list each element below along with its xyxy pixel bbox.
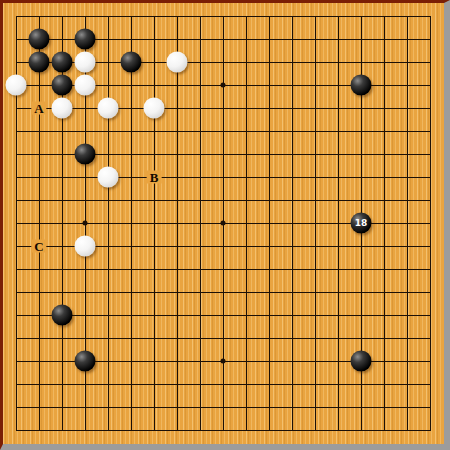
board-cell[interactable] — [189, 373, 212, 396]
board-cell[interactable] — [74, 189, 97, 212]
board-cell[interactable] — [166, 258, 189, 281]
board-cell[interactable] — [281, 120, 304, 143]
board-cell[interactable] — [74, 304, 97, 327]
board-cell[interactable] — [166, 97, 189, 120]
board-cell[interactable] — [258, 350, 281, 373]
board-cell[interactable] — [419, 97, 442, 120]
board-cell[interactable] — [212, 396, 235, 419]
board-cell[interactable] — [74, 166, 97, 189]
board-cell[interactable] — [143, 166, 166, 189]
board-cell[interactable] — [419, 5, 442, 28]
board-cell[interactable] — [350, 258, 373, 281]
board-cell[interactable] — [396, 143, 419, 166]
board-cell[interactable] — [212, 143, 235, 166]
board-cell[interactable] — [281, 143, 304, 166]
board-cell[interactable] — [74, 5, 97, 28]
board-cell[interactable] — [189, 51, 212, 74]
board-cell[interactable] — [419, 350, 442, 373]
board-cell[interactable] — [212, 327, 235, 350]
board-cell[interactable] — [97, 419, 120, 442]
board-cell[interactable] — [28, 350, 51, 373]
board-cell[interactable] — [28, 373, 51, 396]
board-cell[interactable] — [212, 258, 235, 281]
board-cell[interactable] — [97, 166, 120, 189]
board-cell[interactable] — [143, 74, 166, 97]
board-cell[interactable] — [166, 51, 189, 74]
board-cell[interactable] — [350, 5, 373, 28]
board-cell[interactable] — [5, 304, 28, 327]
board-cell[interactable] — [258, 143, 281, 166]
board-cell[interactable] — [350, 350, 373, 373]
board-cell[interactable] — [28, 419, 51, 442]
board-cell[interactable] — [350, 166, 373, 189]
board-cell[interactable] — [189, 350, 212, 373]
board-cell[interactable] — [74, 350, 97, 373]
board-cell[interactable] — [258, 74, 281, 97]
board-cell[interactable] — [350, 28, 373, 51]
board-cell[interactable] — [281, 350, 304, 373]
board-cell[interactable] — [235, 281, 258, 304]
board-cell[interactable] — [304, 281, 327, 304]
board-cell[interactable] — [189, 5, 212, 28]
board-cell[interactable] — [373, 396, 396, 419]
board-cell[interactable] — [166, 350, 189, 373]
board-cell[interactable] — [350, 120, 373, 143]
board-cell[interactable] — [235, 258, 258, 281]
board-cell[interactable] — [373, 235, 396, 258]
board-cell[interactable] — [97, 304, 120, 327]
board-cell[interactable] — [120, 373, 143, 396]
board-cell[interactable] — [281, 74, 304, 97]
board-cell[interactable] — [327, 235, 350, 258]
board-cell[interactable] — [74, 281, 97, 304]
board-cell[interactable] — [143, 5, 166, 28]
board-cell[interactable] — [396, 373, 419, 396]
board-cell[interactable] — [28, 74, 51, 97]
board-cell[interactable] — [281, 189, 304, 212]
board-cell[interactable] — [235, 74, 258, 97]
board-cell[interactable] — [419, 281, 442, 304]
board-cell[interactable] — [5, 373, 28, 396]
board-cell[interactable] — [327, 304, 350, 327]
board-cell[interactable] — [281, 304, 304, 327]
board-cell[interactable] — [5, 327, 28, 350]
board-cell[interactable] — [189, 120, 212, 143]
board-cell[interactable] — [396, 97, 419, 120]
board-cell[interactable] — [166, 304, 189, 327]
board-cell[interactable] — [143, 281, 166, 304]
board-cell[interactable] — [5, 350, 28, 373]
board-cell[interactable] — [327, 373, 350, 396]
board-cell[interactable] — [51, 212, 74, 235]
board-cell[interactable] — [51, 28, 74, 51]
board-cell[interactable] — [143, 189, 166, 212]
board-cell[interactable] — [143, 350, 166, 373]
board-cell[interactable] — [350, 327, 373, 350]
board-cell[interactable] — [51, 166, 74, 189]
board-cell[interactable] — [5, 166, 28, 189]
board-cell[interactable] — [28, 97, 51, 120]
board-cell[interactable] — [143, 396, 166, 419]
board-cell[interactable] — [235, 5, 258, 28]
board-cell[interactable] — [281, 51, 304, 74]
board-cell[interactable] — [166, 373, 189, 396]
board-cell[interactable] — [97, 97, 120, 120]
board-cell[interactable] — [5, 97, 28, 120]
board-cell[interactable] — [74, 212, 97, 235]
board-cell[interactable] — [51, 350, 74, 373]
board-cell[interactable] — [258, 235, 281, 258]
board-cell[interactable] — [143, 304, 166, 327]
board-cell[interactable] — [143, 51, 166, 74]
board-cell[interactable] — [235, 28, 258, 51]
board-cell[interactable] — [28, 120, 51, 143]
board-cell[interactable] — [28, 327, 51, 350]
board-cell[interactable] — [281, 28, 304, 51]
board-cell[interactable] — [166, 28, 189, 51]
board-cell[interactable] — [166, 212, 189, 235]
board-cell[interactable] — [189, 97, 212, 120]
board-cell[interactable] — [235, 373, 258, 396]
board-cell[interactable] — [419, 28, 442, 51]
board-cell[interactable] — [373, 143, 396, 166]
board-cell[interactable] — [373, 189, 396, 212]
board-cell[interactable] — [258, 166, 281, 189]
board-cell[interactable] — [5, 51, 28, 74]
board-cell[interactable] — [396, 5, 419, 28]
board-cell[interactable] — [51, 97, 74, 120]
board-cell[interactable] — [396, 74, 419, 97]
board-cell[interactable] — [51, 143, 74, 166]
board-cell[interactable] — [97, 373, 120, 396]
board-cell[interactable] — [235, 212, 258, 235]
board-cell[interactable] — [166, 166, 189, 189]
board-cell[interactable] — [120, 5, 143, 28]
board-cell[interactable] — [419, 304, 442, 327]
board-cell[interactable] — [304, 97, 327, 120]
board-cell[interactable] — [396, 304, 419, 327]
board-cell[interactable] — [166, 396, 189, 419]
board-cell[interactable] — [28, 258, 51, 281]
board-cell[interactable] — [51, 258, 74, 281]
board-cell[interactable] — [51, 327, 74, 350]
board-cell[interactable] — [74, 235, 97, 258]
board-cell[interactable] — [143, 235, 166, 258]
board-cell[interactable] — [212, 189, 235, 212]
board-cell[interactable] — [258, 5, 281, 28]
board-cell[interactable] — [212, 120, 235, 143]
board-cell[interactable] — [120, 143, 143, 166]
board-cell[interactable] — [143, 28, 166, 51]
board-cell[interactable] — [28, 396, 51, 419]
board-cell[interactable] — [189, 396, 212, 419]
board-cell[interactable] — [327, 396, 350, 419]
board-cell[interactable] — [350, 281, 373, 304]
board-cell[interactable] — [97, 5, 120, 28]
board-cell[interactable] — [281, 166, 304, 189]
board-cell[interactable] — [396, 51, 419, 74]
board-cell[interactable] — [5, 74, 28, 97]
board-cell[interactable] — [51, 373, 74, 396]
board-cell[interactable] — [120, 74, 143, 97]
board-cell[interactable] — [143, 373, 166, 396]
board-cell[interactable] — [396, 350, 419, 373]
board-cell[interactable] — [281, 212, 304, 235]
board-cell[interactable] — [373, 350, 396, 373]
board-cell[interactable] — [258, 258, 281, 281]
board-cell[interactable] — [235, 189, 258, 212]
board-cell[interactable] — [189, 212, 212, 235]
board-cell[interactable] — [189, 28, 212, 51]
board-cell[interactable] — [373, 5, 396, 28]
board-cell[interactable] — [419, 212, 442, 235]
board-cell[interactable] — [373, 51, 396, 74]
board-cell[interactable] — [396, 28, 419, 51]
board-cell[interactable] — [327, 327, 350, 350]
board-cell[interactable] — [166, 120, 189, 143]
board-cell[interactable] — [419, 189, 442, 212]
board-cell[interactable] — [143, 120, 166, 143]
board-cell[interactable] — [97, 143, 120, 166]
board-cell[interactable] — [396, 166, 419, 189]
board-cell[interactable] — [166, 5, 189, 28]
board-cell[interactable] — [373, 258, 396, 281]
board-cell[interactable] — [373, 304, 396, 327]
board-cell[interactable] — [304, 212, 327, 235]
board-cell[interactable] — [235, 51, 258, 74]
board-cell[interactable] — [74, 120, 97, 143]
board-cell[interactable] — [304, 143, 327, 166]
board-cell[interactable] — [327, 419, 350, 442]
board-cell[interactable] — [51, 396, 74, 419]
board-cell[interactable] — [281, 258, 304, 281]
board-cell[interactable] — [396, 189, 419, 212]
board-cell[interactable] — [350, 189, 373, 212]
board-cell[interactable] — [304, 51, 327, 74]
board-cell[interactable] — [373, 373, 396, 396]
board-cell[interactable] — [396, 281, 419, 304]
board-cell[interactable] — [350, 97, 373, 120]
board-cell[interactable] — [304, 189, 327, 212]
board-cell[interactable] — [166, 74, 189, 97]
board-cell[interactable] — [74, 143, 97, 166]
board-cell[interactable] — [304, 258, 327, 281]
board-cell[interactable] — [304, 350, 327, 373]
board-cell[interactable] — [373, 419, 396, 442]
board-cell[interactable] — [350, 396, 373, 419]
board-cell[interactable] — [120, 419, 143, 442]
board-cell[interactable] — [74, 419, 97, 442]
board-cell[interactable] — [97, 350, 120, 373]
board-cell[interactable] — [5, 281, 28, 304]
board-cell[interactable] — [74, 396, 97, 419]
board-cell[interactable] — [327, 143, 350, 166]
board-cell[interactable] — [258, 97, 281, 120]
board-cell[interactable] — [120, 327, 143, 350]
board-cell[interactable] — [235, 235, 258, 258]
board-cell[interactable] — [327, 258, 350, 281]
board-cell[interactable] — [189, 143, 212, 166]
board-cell[interactable] — [5, 235, 28, 258]
board-cell[interactable] — [212, 373, 235, 396]
board-cell[interactable] — [419, 327, 442, 350]
board-cell[interactable] — [212, 97, 235, 120]
board-cell[interactable] — [419, 143, 442, 166]
board-cell[interactable] — [51, 51, 74, 74]
board-cell[interactable] — [350, 304, 373, 327]
board-cell[interactable] — [97, 396, 120, 419]
board-cell[interactable] — [51, 304, 74, 327]
board-cell[interactable] — [97, 28, 120, 51]
board-cell[interactable] — [327, 5, 350, 28]
board-cell[interactable] — [212, 212, 235, 235]
board-cell[interactable] — [189, 258, 212, 281]
board-cell[interactable] — [304, 419, 327, 442]
board-cell[interactable] — [189, 419, 212, 442]
board-cell[interactable] — [396, 327, 419, 350]
board-cell[interactable] — [304, 5, 327, 28]
board-cell[interactable] — [327, 74, 350, 97]
board-cell[interactable] — [212, 51, 235, 74]
board-cell[interactable] — [5, 258, 28, 281]
board-cell[interactable] — [373, 120, 396, 143]
board-cell[interactable] — [143, 258, 166, 281]
board-cell[interactable] — [350, 143, 373, 166]
board-cell[interactable] — [51, 235, 74, 258]
board-cell[interactable] — [189, 189, 212, 212]
board-cell[interactable] — [327, 350, 350, 373]
board-cell[interactable] — [28, 189, 51, 212]
board-cell[interactable] — [166, 327, 189, 350]
board-cell[interactable] — [166, 419, 189, 442]
board-cell[interactable] — [166, 235, 189, 258]
board-cell[interactable] — [327, 97, 350, 120]
board-cell[interactable] — [396, 419, 419, 442]
board-cell[interactable] — [28, 51, 51, 74]
board-cell[interactable] — [235, 304, 258, 327]
board-cell[interactable] — [97, 258, 120, 281]
board-cell[interactable] — [304, 327, 327, 350]
board-cell[interactable] — [51, 189, 74, 212]
board-cell[interactable] — [5, 5, 28, 28]
board-cell[interactable] — [189, 235, 212, 258]
board-cell[interactable] — [258, 373, 281, 396]
board-cell[interactable] — [120, 350, 143, 373]
board-cell[interactable] — [281, 419, 304, 442]
board-cell[interactable] — [258, 28, 281, 51]
board-cell[interactable] — [51, 120, 74, 143]
board-cell[interactable] — [74, 373, 97, 396]
board-cell[interactable] — [97, 212, 120, 235]
board-cell[interactable] — [258, 281, 281, 304]
board-cell[interactable] — [143, 97, 166, 120]
board-cell[interactable] — [120, 212, 143, 235]
board-cell[interactable] — [419, 373, 442, 396]
board-cell[interactable] — [120, 235, 143, 258]
board-cell[interactable] — [97, 51, 120, 74]
board-cell[interactable] — [258, 120, 281, 143]
board-cell[interactable] — [189, 166, 212, 189]
board-cell[interactable] — [143, 327, 166, 350]
board-cell[interactable] — [235, 120, 258, 143]
board-cell[interactable] — [166, 143, 189, 166]
board-cell[interactable] — [235, 419, 258, 442]
board-cell[interactable] — [373, 212, 396, 235]
board-cell[interactable] — [28, 212, 51, 235]
board-cell[interactable] — [419, 396, 442, 419]
board-cell[interactable] — [327, 281, 350, 304]
board-cell[interactable] — [373, 28, 396, 51]
board-cell[interactable] — [97, 120, 120, 143]
board-cell[interactable] — [304, 120, 327, 143]
board-cell[interactable] — [258, 189, 281, 212]
board-cell[interactable] — [304, 304, 327, 327]
board-cell[interactable] — [143, 419, 166, 442]
board-cell[interactable] — [235, 166, 258, 189]
board-cell[interactable] — [120, 304, 143, 327]
board-cell[interactable] — [28, 28, 51, 51]
board-cell[interactable] — [281, 281, 304, 304]
board-cell[interactable] — [373, 327, 396, 350]
board-cell[interactable] — [419, 419, 442, 442]
board-cell[interactable] — [97, 281, 120, 304]
board-cell[interactable] — [419, 166, 442, 189]
board-cell[interactable] — [212, 304, 235, 327]
board-cell[interactable] — [212, 235, 235, 258]
board-cell[interactable] — [166, 189, 189, 212]
board-cell[interactable] — [212, 281, 235, 304]
board-cell[interactable] — [120, 97, 143, 120]
board-cell[interactable] — [5, 120, 28, 143]
board-cell[interactable] — [419, 235, 442, 258]
board-cell[interactable] — [74, 327, 97, 350]
board-cell[interactable] — [327, 28, 350, 51]
board-cell[interactable] — [212, 74, 235, 97]
board-cell[interactable] — [51, 281, 74, 304]
board-cell[interactable] — [350, 51, 373, 74]
board-cell[interactable] — [258, 212, 281, 235]
board-cell[interactable] — [189, 281, 212, 304]
board-cell[interactable] — [28, 143, 51, 166]
board-cell[interactable] — [212, 166, 235, 189]
board-cell[interactable] — [51, 419, 74, 442]
board-cell[interactable] — [304, 396, 327, 419]
board-cell[interactable] — [396, 212, 419, 235]
board-cell[interactable] — [327, 166, 350, 189]
board-cell[interactable] — [120, 120, 143, 143]
board-cell[interactable] — [373, 97, 396, 120]
board-cell[interactable] — [120, 28, 143, 51]
board-cell[interactable] — [350, 212, 373, 235]
board-cell[interactable] — [120, 189, 143, 212]
board-cell[interactable] — [143, 143, 166, 166]
board-cell[interactable] — [235, 97, 258, 120]
board-cell[interactable] — [396, 235, 419, 258]
board-cell[interactable] — [5, 28, 28, 51]
board-cell[interactable] — [97, 235, 120, 258]
board-cell[interactable] — [189, 304, 212, 327]
board-cell[interactable] — [281, 5, 304, 28]
board-cell[interactable] — [97, 327, 120, 350]
board-cell[interactable] — [304, 166, 327, 189]
board-cell[interactable] — [5, 419, 28, 442]
board-cell[interactable] — [419, 258, 442, 281]
board-cell[interactable] — [327, 120, 350, 143]
board-cell[interactable] — [28, 281, 51, 304]
board-cell[interactable] — [304, 235, 327, 258]
board-cell[interactable] — [212, 419, 235, 442]
board-cell[interactable] — [281, 97, 304, 120]
